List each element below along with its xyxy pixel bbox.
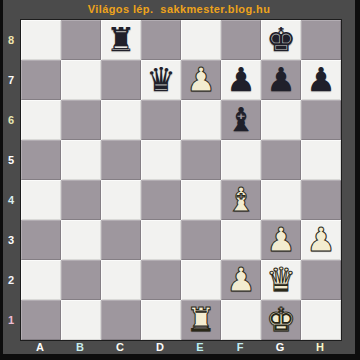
square-e5[interactable] — [181, 140, 221, 180]
file-label-d: D — [140, 341, 180, 353]
black-pawn[interactable]: ♟ — [226, 63, 256, 96]
square-e6[interactable] — [181, 100, 221, 140]
square-c7[interactable] — [101, 60, 141, 100]
square-b8[interactable] — [61, 20, 101, 60]
square-g6[interactable] — [261, 100, 301, 140]
white-pawn[interactable]: ♟ — [306, 223, 336, 256]
file-label-a: A — [20, 341, 60, 353]
white-rook[interactable]: ♜ — [186, 303, 216, 336]
square-a3[interactable] — [21, 220, 61, 260]
square-g4[interactable] — [261, 180, 301, 220]
file-label-f: F — [220, 341, 260, 353]
chess-diagram: Világos lép. sakkmester.blog.hu 87654321… — [0, 0, 360, 360]
black-pawn[interactable]: ♟ — [266, 63, 296, 96]
board-frame: Világos lép. sakkmester.blog.hu 87654321… — [3, 0, 355, 354]
square-g2[interactable]: ♛ — [261, 260, 301, 300]
square-e8[interactable] — [181, 20, 221, 60]
square-e3[interactable] — [181, 220, 221, 260]
file-label-b: B — [60, 341, 100, 353]
square-c6[interactable] — [101, 100, 141, 140]
square-d3[interactable] — [141, 220, 181, 260]
title-text: Világos lép. sakkmester.blog.hu — [88, 3, 271, 15]
square-g5[interactable] — [261, 140, 301, 180]
square-b4[interactable] — [61, 180, 101, 220]
white-king[interactable]: ♚ — [266, 303, 296, 336]
white-pawn[interactable]: ♟ — [186, 63, 216, 96]
square-a8[interactable] — [21, 20, 61, 60]
square-a7[interactable] — [21, 60, 61, 100]
white-pawn[interactable]: ♟ — [266, 223, 296, 256]
white-bishop[interactable]: ♝ — [226, 183, 256, 216]
square-c8[interactable]: ♜ — [101, 20, 141, 60]
rank-label-1: 1 — [3, 300, 19, 340]
square-c2[interactable] — [101, 260, 141, 300]
square-c5[interactable] — [101, 140, 141, 180]
black-bishop[interactable]: ♝ — [226, 103, 256, 136]
square-a5[interactable] — [21, 140, 61, 180]
square-f2[interactable]: ♟ — [221, 260, 261, 300]
square-g8[interactable]: ♚ — [261, 20, 301, 60]
file-label-h: H — [300, 341, 340, 353]
white-pawn[interactable]: ♟ — [226, 263, 256, 296]
file-label-g: G — [260, 341, 300, 353]
square-b2[interactable] — [61, 260, 101, 300]
square-b1[interactable] — [61, 300, 101, 340]
square-e7[interactable]: ♟ — [181, 60, 221, 100]
square-d1[interactable] — [141, 300, 181, 340]
title-bar: Világos lép. sakkmester.blog.hu — [3, 0, 355, 18]
square-h4[interactable] — [301, 180, 341, 220]
square-g3[interactable]: ♟ — [261, 220, 301, 260]
square-h1[interactable] — [301, 300, 341, 340]
square-g1[interactable]: ♚ — [261, 300, 301, 340]
square-e4[interactable] — [181, 180, 221, 220]
square-h5[interactable] — [301, 140, 341, 180]
square-g7[interactable]: ♟ — [261, 60, 301, 100]
square-d2[interactable] — [141, 260, 181, 300]
square-h8[interactable] — [301, 20, 341, 60]
square-f7[interactable]: ♟ — [221, 60, 261, 100]
square-f1[interactable] — [221, 300, 261, 340]
white-queen[interactable]: ♛ — [266, 263, 296, 296]
square-d6[interactable] — [141, 100, 181, 140]
square-a4[interactable] — [21, 180, 61, 220]
square-d5[interactable] — [141, 140, 181, 180]
rank-label-4: 4 — [3, 180, 19, 220]
square-h7[interactable]: ♟ — [301, 60, 341, 100]
black-pawn[interactable]: ♟ — [306, 63, 336, 96]
square-h3[interactable]: ♟ — [301, 220, 341, 260]
rank-label-6: 6 — [3, 100, 19, 140]
square-a2[interactable] — [21, 260, 61, 300]
square-h6[interactable] — [301, 100, 341, 140]
black-king[interactable]: ♚ — [266, 23, 296, 56]
file-labels: ABCDEFGH — [20, 341, 342, 353]
square-b6[interactable] — [61, 100, 101, 140]
rank-label-5: 5 — [3, 140, 19, 180]
square-d4[interactable] — [141, 180, 181, 220]
square-f3[interactable] — [221, 220, 261, 260]
rank-label-7: 7 — [3, 60, 19, 100]
square-c3[interactable] — [101, 220, 141, 260]
square-c4[interactable] — [101, 180, 141, 220]
square-d8[interactable] — [141, 20, 181, 60]
chess-board: ♜♚♛♟♟♟♟♝♝♟♟♟♛♜♚ — [20, 19, 342, 341]
square-c1[interactable] — [101, 300, 141, 340]
square-f6[interactable]: ♝ — [221, 100, 261, 140]
square-f8[interactable] — [221, 20, 261, 60]
square-a1[interactable] — [21, 300, 61, 340]
square-b3[interactable] — [61, 220, 101, 260]
square-f4[interactable]: ♝ — [221, 180, 261, 220]
square-b5[interactable] — [61, 140, 101, 180]
file-label-c: C — [100, 341, 140, 353]
black-rook[interactable]: ♜ — [106, 23, 136, 56]
square-e2[interactable] — [181, 260, 221, 300]
file-label-e: E — [180, 341, 220, 353]
square-h2[interactable] — [301, 260, 341, 300]
rank-label-8: 8 — [3, 20, 19, 60]
rank-label-3: 3 — [3, 220, 19, 260]
rank-label-2: 2 — [3, 260, 19, 300]
rank-labels: 87654321 — [3, 20, 19, 340]
square-b7[interactable] — [61, 60, 101, 100]
square-e1[interactable]: ♜ — [181, 300, 221, 340]
square-f5[interactable] — [221, 140, 261, 180]
square-a6[interactable] — [21, 100, 61, 140]
square-d7[interactable]: ♛ — [141, 60, 181, 100]
black-queen[interactable]: ♛ — [146, 63, 176, 96]
